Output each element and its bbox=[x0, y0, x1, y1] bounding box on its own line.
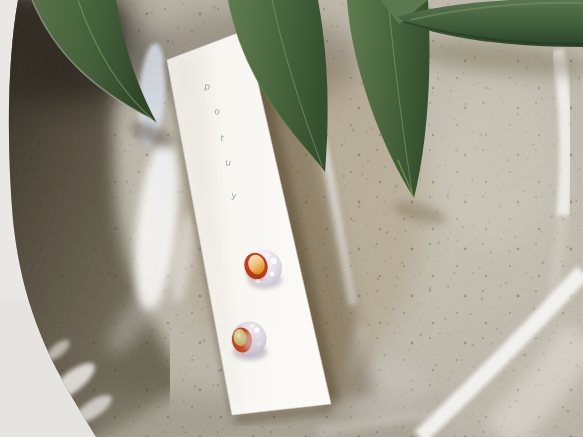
photo-canvas: p o t u y bbox=[0, 0, 583, 437]
product-photo: p o t u y bbox=[0, 0, 583, 437]
